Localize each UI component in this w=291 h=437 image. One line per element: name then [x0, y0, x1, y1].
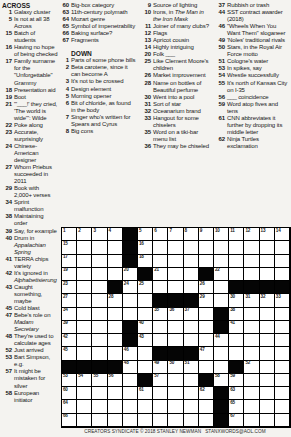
clue-down-33: 33Hangout for some chiselers [141, 115, 213, 129]
grid-cell-r13c1[interactable]: 60 [62, 387, 77, 400]
grid-cell-r10c5[interactable]: 46 [123, 347, 138, 360]
grid-cell-r11c5[interactable]: 48 [123, 361, 138, 374]
grid-cell-r14c9[interactable] [184, 400, 199, 413]
grid-cell-r2c14[interactable] [260, 241, 275, 254]
grid-cell-r10c4[interactable] [108, 347, 123, 360]
grid-cell-r1c11[interactable]: 10 [214, 228, 229, 241]
clue-number: 32 [141, 108, 153, 115]
grid-cell-r7c9[interactable]: 37 [184, 308, 199, 321]
grid-cell-r1c9[interactable]: 8 [184, 228, 199, 241]
grid-cell-r12c2[interactable]: 54 [77, 374, 92, 387]
black-cell-r6c9 [184, 294, 199, 307]
copyright-line: CREATORS SYNDICATE © 2018 STANLEY NEWMAN… [59, 429, 291, 434]
grid-cell-r3c3[interactable] [92, 255, 107, 268]
grid-cell-r15c5[interactable] [123, 414, 138, 427]
grid-cell-r5c5[interactable]: 24 [123, 281, 138, 294]
cell-number: 43 [139, 334, 144, 339]
grid-cell-r12c4[interactable]: 56 [108, 374, 123, 387]
grid-cell-r9c14[interactable] [260, 334, 275, 347]
clue-text: Say, for example [14, 228, 58, 235]
grid-cell-r12c8[interactable] [168, 374, 183, 387]
grid-cell-r7c8[interactable]: 36 [168, 308, 183, 321]
grid-cell-r2c10[interactable] [199, 241, 214, 254]
grid-cell-r9c7[interactable] [153, 334, 168, 347]
clue-down-9: 9Source of lighting [141, 2, 213, 9]
grid-cell-r8c4[interactable] [108, 321, 123, 334]
clue-text: Design element [71, 86, 136, 93]
grid-cell-r11c9[interactable]: 51 [184, 361, 199, 374]
grid-cell-r1c8[interactable]: 7 [168, 228, 183, 241]
clue-text: Wrestle successfully [227, 72, 290, 79]
clue-across-15: 15Batch of students [2, 30, 58, 44]
cell-number: 42 [63, 334, 68, 339]
grid-cell-r13c9[interactable] [184, 387, 199, 400]
grid-cell-r12c12[interactable]: 59 [229, 374, 244, 387]
grid-cell-r10c6[interactable] [138, 347, 153, 360]
grid-cell-r11c8[interactable]: 50 [168, 361, 183, 374]
grid-cell-r9c13[interactable] [244, 334, 259, 347]
cell-number: 55 [93, 373, 98, 378]
grid-cell-r15c4[interactable] [108, 414, 123, 427]
grid-cell-r2c1[interactable]: 15 [62, 241, 77, 254]
grid-cell-r3c7[interactable] [153, 255, 168, 268]
clue-number: 52 [2, 347, 14, 354]
grid-cell-r11c13[interactable]: 52 [244, 361, 259, 374]
cell-number: 47 [200, 347, 205, 352]
grid-cell-r8c9[interactable] [184, 321, 199, 334]
grid-cell-r8c7[interactable] [153, 321, 168, 334]
clue-text: Oceanarium brand [153, 108, 213, 115]
clue-number: 8 [59, 128, 71, 135]
black-cell-r12c10 [199, 374, 214, 387]
grid-cell-r14c3[interactable] [92, 400, 107, 413]
clue-number: 61 [215, 115, 227, 122]
grid-cell-r8c3[interactable] [92, 321, 107, 334]
grid-cell-r14c8[interactable] [168, 400, 183, 413]
grid-cell-r13c4[interactable] [108, 387, 123, 400]
grid-cell-r3c11[interactable] [214, 255, 229, 268]
grid-cell-r10c10[interactable]: 47 [199, 347, 214, 360]
grid-cell-r15c2[interactable] [77, 414, 92, 427]
clue-text: Sort of star [153, 101, 213, 108]
grid-cell-r2c6[interactable]: 16 [138, 241, 153, 254]
grid-cell-r14c12[interactable]: 65 [229, 400, 244, 413]
grid-cell-r9c2[interactable] [77, 334, 92, 347]
clue-down-54: 54Wrestle successfully [215, 72, 290, 79]
grid-cell-r6c15[interactable]: 33 [275, 294, 290, 307]
grid-cell-r7c10[interactable] [199, 308, 214, 321]
grid-cell-r1c12[interactable]: 11 [229, 228, 244, 241]
grid-cell-r7c12[interactable]: 38 [229, 308, 244, 321]
clue-text: Like Clement Moore's children [153, 58, 213, 72]
cell-number: 46 [124, 347, 129, 352]
grid-cell-r8c1[interactable]: 39 [62, 321, 77, 334]
cell-number: 60 [63, 387, 68, 392]
grid-cell-r3c15[interactable] [275, 255, 290, 268]
grid-cell-r5c9[interactable] [184, 281, 199, 294]
black-cell-r6c8 [168, 294, 183, 307]
clue-across-65: 65Symbol of impenetrability [59, 23, 136, 30]
grid-cell-r10c14[interactable] [260, 347, 275, 360]
cell-number: 13 [261, 228, 266, 233]
grid-cell-r9c6[interactable]: 43 [138, 334, 153, 347]
clue-number: 9 [141, 2, 153, 9]
grid-cell-r12c1[interactable]: 53 [62, 374, 77, 387]
clue-text: Apricot cousin [153, 37, 213, 44]
grid-cell-r2c3[interactable] [92, 241, 107, 254]
grid-cell-r7c6[interactable] [138, 308, 153, 321]
grid-cell-r3c2[interactable] [77, 255, 92, 268]
grid-cell-r1c3[interactable]: 3 [92, 228, 107, 241]
clue-number: 33 [141, 115, 153, 122]
grid-cell-r13c5[interactable] [123, 387, 138, 400]
grid-cell-r7c3[interactable] [92, 308, 107, 321]
grid-cell-r5c10[interactable]: 26 [199, 281, 214, 294]
grid-cell-r12c14[interactable] [260, 374, 275, 387]
clue-text: Went into a pool [153, 94, 213, 101]
grid-cell-r6c3[interactable] [92, 294, 107, 307]
grid-cell-r9c11[interactable]: 44 [214, 334, 229, 347]
clue-number: 51 [215, 58, 227, 65]
grid-cell-r15c13[interactable] [244, 414, 259, 427]
grid-cell-r4c14[interactable] [260, 268, 275, 281]
grid-cell-r12c13[interactable] [244, 374, 259, 387]
grid-cell-r6c13[interactable]: 31 [244, 294, 259, 307]
grid-cell-r12c3[interactable]: 55 [92, 374, 107, 387]
clue-across-22: 22Poke along [2, 122, 58, 129]
grid-cell-r14c6[interactable] [138, 400, 153, 413]
clue-across-5: 5Is not at all 38 Across [2, 16, 58, 30]
cell-number: 32 [261, 294, 266, 299]
grid-cell-r15c10[interactable] [199, 414, 214, 427]
cell-number: 62 [200, 387, 205, 392]
clue-down-6: 6Bit of chloride, as found in the body [59, 100, 136, 114]
clue-number: 28 [141, 80, 153, 87]
grid-cell-r6c10[interactable]: 29 [199, 294, 214, 307]
grid-cell-r1c7[interactable]: 6 [153, 228, 168, 241]
clue-number: 25 [141, 58, 153, 65]
grid-cell-r4c4[interactable] [108, 268, 123, 281]
clue-across-23: 23Accurate, surprisingly [2, 129, 58, 143]
grid-cell-r7c2[interactable] [77, 308, 92, 321]
grid-cell-r4c1[interactable]: 19 [62, 268, 77, 281]
clue-number: 60 [59, 2, 71, 9]
grid-cell-r9c8[interactable] [168, 334, 183, 347]
clue-across-41: 41TERRA chips variety [2, 256, 58, 270]
grid-cell-r6c6[interactable] [138, 294, 153, 307]
clue-number: 67 [59, 37, 71, 44]
grid-cell-r3c14[interactable] [260, 255, 275, 268]
cell-number: 50 [169, 360, 174, 365]
grid-cell-r13c12[interactable]: 63 [229, 387, 244, 400]
grid-cell-r2c12[interactable] [229, 241, 244, 254]
grid-cell-r4c2[interactable] [77, 268, 92, 281]
clue-down-1: 1Parts of some phone bills [59, 57, 136, 64]
grid-cell-r6c5[interactable] [123, 294, 138, 307]
grid-cell-r4c3[interactable] [92, 268, 107, 281]
clue-number: 31 [141, 101, 153, 108]
black-cell-r12c6 [138, 374, 153, 387]
grid-cell-r9c9[interactable] [184, 334, 199, 347]
grid-cell-r13c8[interactable] [168, 387, 183, 400]
cell-number: 19 [63, 267, 68, 272]
grid-cell-r14c2[interactable] [77, 400, 92, 413]
grid-cell-r6c4[interactable]: 28 [108, 294, 123, 307]
clue-number: 1 [59, 57, 71, 64]
grid-cell-r11c7[interactable]: 49 [153, 361, 168, 374]
clue-text: It might be mistaken for silver [14, 368, 58, 389]
grid-cell-r1c13[interactable]: 12 [244, 228, 259, 241]
grid-cell-r5c6[interactable]: 25 [138, 281, 153, 294]
grid-cell-r7c13[interactable] [244, 308, 259, 321]
clue-number: 58 [2, 390, 14, 397]
clue-text: Cold blast [14, 305, 58, 312]
cell-number: 56 [109, 373, 114, 378]
clue-number: 35 [141, 129, 153, 136]
grid-cell-r11c14[interactable] [260, 361, 275, 374]
grid-cell-r1c10[interactable]: 9 [199, 228, 214, 241]
clue-number: 44 [215, 9, 227, 16]
grid-cell-r5c1[interactable]: 23 [62, 281, 77, 294]
grid-cell-r1c14[interactable]: 13 [260, 228, 275, 241]
clue-number: 54 [215, 72, 227, 79]
grid-cell-r13c10[interactable]: 62 [199, 387, 214, 400]
grid-cell-r12c7[interactable]: 57 [153, 374, 168, 387]
grid-cell-r7c5[interactable] [123, 308, 138, 321]
grid-cell-r12c11[interactable]: 58 [214, 374, 229, 387]
grid-cell-r8c8[interactable] [168, 321, 183, 334]
clue-text: Word on a tiki-bar menu list [153, 129, 213, 143]
clue-number: 13 [141, 37, 153, 44]
cell-number: 7 [169, 228, 171, 233]
grid-cell-r14c5[interactable] [123, 400, 138, 413]
grid-cell-r10c2[interactable] [77, 347, 92, 360]
cell-number: 45 [63, 347, 68, 352]
grid-cell-r2c7[interactable] [153, 241, 168, 254]
black-cell-r11c12 [229, 361, 244, 374]
grid-cell-r13c7[interactable] [153, 387, 168, 400]
grid-cell-r3c10[interactable] [199, 255, 214, 268]
grid-cell-r9c3[interactable] [92, 334, 107, 347]
clue-across-34: 34Sprint malfunction [2, 199, 58, 213]
black-cell-r11c2 [77, 361, 92, 374]
grid-cell-r2c2[interactable] [77, 241, 92, 254]
cell-number: 61 [139, 387, 144, 392]
grid-cell-r13c15[interactable] [275, 387, 290, 400]
clue-down-44: 44SST contract awarder (2018) [215, 9, 290, 23]
grid-cell-r5c3[interactable] [92, 281, 107, 294]
grid-cell-r14c10[interactable] [199, 400, 214, 413]
grid-cell-r2c11[interactable] [214, 241, 229, 254]
grid-cell-r4c13[interactable] [244, 268, 259, 281]
grid-cell-r2c13[interactable] [244, 241, 259, 254]
grid-cell-r15c1[interactable]: 66 [62, 414, 77, 427]
grid-cell-r14c7[interactable] [153, 400, 168, 413]
grid-cell-r6c11[interactable] [214, 294, 229, 307]
grid-cell-r3c12[interactable] [229, 255, 244, 268]
grid-cell-r13c3[interactable] [92, 387, 107, 400]
clue-text: Presentation aid [14, 87, 58, 94]
grid-cell-r7c14[interactable] [260, 308, 275, 321]
grid-cell-r1c4[interactable]: 4 [108, 228, 123, 241]
black-cell-r9c5 [123, 334, 138, 347]
grid-cell-r4c9[interactable] [184, 268, 199, 281]
grid-cell-r13c13[interactable] [244, 387, 259, 400]
grid-cell-r1c15[interactable]: 14 [275, 228, 290, 241]
grid-cell-r10c12[interactable] [229, 347, 244, 360]
cell-number: 48 [124, 360, 129, 365]
clue-text: Singer who's written for Spears and Cyru… [71, 114, 136, 128]
across-header: ACROSS [2, 2, 58, 9]
grid-cell-r11c15[interactable] [275, 361, 290, 374]
black-cell-r10c8 [168, 347, 183, 360]
grid-cell-r14c1[interactable]: 64 [62, 400, 77, 413]
clue-number: 36 [141, 143, 153, 150]
grid-cell-r9c15[interactable] [275, 334, 290, 347]
clue-number: 64 [59, 16, 71, 23]
grid-cell-r7c7[interactable]: 35 [153, 308, 168, 321]
grid-cell-r6c1[interactable]: 27 [62, 294, 77, 307]
grid-cell-r4c7[interactable]: 21 [153, 268, 168, 281]
grid-cell-r11c11[interactable] [214, 361, 229, 374]
grid-cell-r6c2[interactable] [77, 294, 92, 307]
clue-number: 27 [2, 164, 14, 171]
grid-cell-r10c13[interactable] [244, 347, 259, 360]
grid-cell-r2c4[interactable] [108, 241, 123, 254]
grid-cell-r14c15[interactable] [275, 400, 290, 413]
grid-cell-r11c10[interactable] [199, 361, 214, 374]
grid-cell-r6c12[interactable]: 30 [229, 294, 244, 307]
cell-number: 59 [230, 373, 235, 378]
grid-cell-r15c15[interactable] [275, 414, 290, 427]
cell-number: 24 [124, 281, 129, 286]
grid-cell-r15c14[interactable] [260, 414, 275, 427]
clue-down-56: 56___ coincidence [215, 94, 290, 101]
grid-cell-r3c13[interactable] [244, 255, 259, 268]
grid-cell-r9c10[interactable] [199, 334, 214, 347]
grid-cell-r3c1[interactable]: 17 [62, 255, 77, 268]
grid-cell-r15c3[interactable] [92, 414, 107, 427]
grid-cell-r4c5[interactable]: 20 [123, 268, 138, 281]
grid-cell-r2c9[interactable] [184, 241, 199, 254]
grid-cell-r9c4[interactable] [108, 334, 123, 347]
clue-down-36: 36They may be chiseled [141, 143, 213, 150]
grid-cell-r10c15[interactable] [275, 347, 290, 360]
clue-text: Source of lighting [153, 2, 213, 9]
clue-down-10: 10Irons, in The Man in the Iron Mask [141, 9, 213, 23]
clue-down-8: 8Big cons [59, 128, 136, 135]
grid-cell-r14c13[interactable] [244, 400, 259, 413]
clue-text: Cologne's water [227, 58, 290, 65]
clue-text: Big cons [71, 128, 136, 135]
black-cell-r8c5 [123, 321, 138, 334]
grid-cell-r10c1[interactable]: 45 [62, 347, 77, 360]
clue-number: 15 [2, 30, 14, 37]
clue-number: 5 [2, 16, 14, 23]
grid-cell-r7c4[interactable] [108, 308, 123, 321]
grid-cell-r15c9[interactable] [184, 414, 199, 427]
grid-cell-r15c12[interactable]: 67 [229, 414, 244, 427]
grid-cell-r4c11[interactable]: 22 [214, 268, 229, 281]
grid-cell-r2c8[interactable] [168, 241, 183, 254]
grid-cell-r12c9[interactable] [184, 374, 199, 387]
cell-number: 37 [185, 307, 190, 312]
grid-cell-r15c8[interactable] [168, 414, 183, 427]
grid-cell-r1c6[interactable]: 5 [138, 228, 153, 241]
clue-number: 14 [141, 44, 153, 51]
clue-across-43: 43Caught something, maybe [2, 284, 58, 305]
grid-cell-r8c14[interactable] [260, 321, 275, 334]
grid-cell-r13c14[interactable] [260, 387, 275, 400]
grid-cell-r13c2[interactable] [77, 387, 92, 400]
grid-cell-r8c10[interactable] [199, 321, 214, 334]
grid-cell-r3c9[interactable] [184, 255, 199, 268]
grid-cell-r3c6[interactable]: 18 [138, 255, 153, 268]
clue-text: Folk ___ [153, 51, 213, 58]
grid-cell-r7c15[interactable] [275, 308, 290, 321]
grid-cell-r12c5[interactable] [123, 374, 138, 387]
grid-cell-r9c12[interactable] [229, 334, 244, 347]
grid-cell-r8c6[interactable]: 40 [138, 321, 153, 334]
grid-cell-r5c7[interactable] [153, 281, 168, 294]
cell-number: 6 [154, 228, 156, 233]
clue-across-66: 66Baking surface? [59, 30, 136, 37]
cell-number: 34 [63, 307, 68, 312]
grid-cell-r8c2[interactable] [77, 321, 92, 334]
grid-cell-r4c15[interactable] [275, 268, 290, 281]
black-cell-r8c11 [214, 321, 229, 334]
grid-cell-r3c4[interactable] [108, 255, 123, 268]
clue-down-35: 35Word on a tiki-bar menu list [141, 129, 213, 143]
grid-cell-r8c13[interactable] [244, 321, 259, 334]
grid-cell-r5c8[interactable] [168, 281, 183, 294]
cell-number: 51 [185, 360, 190, 365]
clue-down-25: 25Like Clement Moore's children [141, 58, 213, 72]
grid-cell-r10c3[interactable] [92, 347, 107, 360]
grid-cell-r8c12[interactable]: 41 [229, 321, 244, 334]
clue-text: Big-box category [71, 2, 136, 9]
grid-cell-r4c8[interactable] [168, 268, 183, 281]
grid-cell-r5c2[interactable] [77, 281, 92, 294]
grid-cell-r3c8[interactable] [168, 255, 183, 268]
grid-cell-r9c1[interactable]: 42 [62, 334, 77, 347]
clue-across-58: 58European initiator [2, 390, 58, 404]
cell-number: 52 [245, 360, 250, 365]
clue-text: Bart Simpson, e.g. [14, 354, 58, 368]
grid-cell-r8c15[interactable] [275, 321, 290, 334]
grid-cell-r1c2[interactable]: 2 [77, 228, 92, 241]
grid-cell-r11c6[interactable] [138, 361, 153, 374]
clue-number: 1 [2, 9, 14, 16]
clue-number: 63 [59, 9, 71, 16]
grid-cell-r14c14[interactable] [260, 400, 275, 413]
grid-cell-r14c4[interactable] [108, 400, 123, 413]
grid-cell-r13c6[interactable]: 61 [138, 387, 153, 400]
clue-number: 30 [141, 94, 153, 101]
grid-cell-r2c15[interactable] [275, 241, 290, 254]
grid-cell-r7c1[interactable]: 34 [62, 308, 77, 321]
cell-number: 22 [215, 267, 220, 272]
grid-cell-r5c11[interactable] [214, 281, 229, 294]
clue-down-20: 20Folk ___ [141, 51, 213, 58]
grid-cell-r4c12[interactable] [229, 268, 244, 281]
grid-cell-r6c14[interactable]: 32 [260, 294, 275, 307]
grid-cell-r15c7[interactable] [153, 414, 168, 427]
grid-cell-r1c1[interactable]: 1 [62, 228, 77, 241]
grid-cell-r15c6[interactable] [138, 414, 153, 427]
grid-cell-r10c11[interactable] [214, 347, 229, 360]
grid-cell-r12c15[interactable] [275, 374, 290, 387]
